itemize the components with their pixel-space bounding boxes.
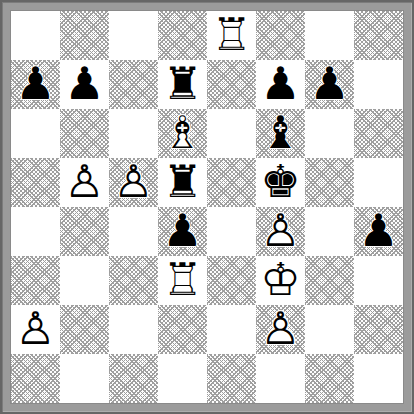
piece-black-rook[interactable]: ♜ [158,158,207,207]
square-g3[interactable] [305,256,354,305]
piece-outline: ♙ [256,305,305,354]
square-a6[interactable] [11,109,60,158]
square-h4[interactable]: ♟ [354,207,403,256]
piece-outline: ♙ [11,305,60,354]
square-h3[interactable] [354,256,403,305]
square-b5[interactable]: ♟♙ [60,158,109,207]
piece-glyph: ♟ [158,207,207,256]
piece-glyph: ♟ [305,60,354,109]
square-c5[interactable]: ♟♙ [109,158,158,207]
square-f6[interactable]: ♝ [256,109,305,158]
piece-black-bishop[interactable]: ♝ [256,109,305,158]
square-f3[interactable]: ♚♔ [256,256,305,305]
square-f5[interactable]: ♚ [256,158,305,207]
piece-glyph: ♚ [256,158,305,207]
square-b1[interactable] [60,354,109,403]
piece-glyph: ♟ [60,60,109,109]
piece-white-pawn[interactable]: ♟♙ [109,158,158,207]
piece-black-rook[interactable]: ♜ [158,60,207,109]
square-e2[interactable] [207,305,256,354]
square-e1[interactable] [207,354,256,403]
square-e3[interactable] [207,256,256,305]
square-a2[interactable]: ♟♙ [11,305,60,354]
square-c2[interactable] [109,305,158,354]
square-b8[interactable] [60,11,109,60]
square-a8[interactable] [11,11,60,60]
piece-black-pawn[interactable]: ♟ [256,60,305,109]
piece-outline: ♗ [158,109,207,158]
piece-white-rook[interactable]: ♜♖ [207,11,256,60]
piece-glyph: ♝ [256,109,305,158]
square-c7[interactable] [109,60,158,109]
piece-white-rook[interactable]: ♜♖ [158,256,207,305]
square-h2[interactable] [354,305,403,354]
square-b2[interactable] [60,305,109,354]
piece-black-pawn[interactable]: ♟ [60,60,109,109]
square-h6[interactable] [354,109,403,158]
square-d8[interactable] [158,11,207,60]
square-b3[interactable] [60,256,109,305]
square-f1[interactable] [256,354,305,403]
piece-white-pawn[interactable]: ♟♙ [256,207,305,256]
square-c6[interactable] [109,109,158,158]
piece-white-king[interactable]: ♚♔ [256,256,305,305]
square-d6[interactable]: ♝♗ [158,109,207,158]
piece-black-pawn[interactable]: ♟ [354,207,403,256]
square-g1[interactable] [305,354,354,403]
chess-board: ♜♖♟♟♜♟♟♝♗♝♟♙♟♙♜♚♟♟♙♟♜♖♚♔♟♙♟♙ [11,11,403,403]
square-c1[interactable] [109,354,158,403]
piece-glyph: ♟ [256,60,305,109]
square-e4[interactable] [207,207,256,256]
square-e5[interactable] [207,158,256,207]
piece-glyph: ♟ [11,60,60,109]
square-e6[interactable] [207,109,256,158]
square-g4[interactable] [305,207,354,256]
board-frame: ♜♖♟♟♜♟♟♝♗♝♟♙♟♙♜♚♟♟♙♟♜♖♚♔♟♙♟♙ [0,0,414,414]
square-f7[interactable]: ♟ [256,60,305,109]
square-e7[interactable] [207,60,256,109]
square-g5[interactable] [305,158,354,207]
square-h8[interactable] [354,11,403,60]
square-f4[interactable]: ♟♙ [256,207,305,256]
piece-outline: ♙ [256,207,305,256]
piece-black-pawn[interactable]: ♟ [11,60,60,109]
square-b4[interactable] [60,207,109,256]
piece-glyph: ♜ [158,60,207,109]
square-g8[interactable] [305,11,354,60]
square-d3[interactable]: ♜♖ [158,256,207,305]
square-d2[interactable] [158,305,207,354]
square-h7[interactable] [354,60,403,109]
square-d5[interactable]: ♜ [158,158,207,207]
piece-outline: ♙ [60,158,109,207]
square-a1[interactable] [11,354,60,403]
square-f2[interactable]: ♟♙ [256,305,305,354]
piece-outline: ♙ [109,158,158,207]
piece-white-pawn[interactable]: ♟♙ [60,158,109,207]
square-g6[interactable] [305,109,354,158]
square-a3[interactable] [11,256,60,305]
piece-white-pawn[interactable]: ♟♙ [11,305,60,354]
piece-black-king[interactable]: ♚ [256,158,305,207]
square-e8[interactable]: ♜♖ [207,11,256,60]
piece-outline: ♖ [158,256,207,305]
piece-black-pawn[interactable]: ♟ [305,60,354,109]
piece-glyph: ♟ [354,207,403,256]
square-c3[interactable] [109,256,158,305]
piece-white-bishop[interactable]: ♝♗ [158,109,207,158]
square-d7[interactable]: ♜ [158,60,207,109]
square-b7[interactable]: ♟ [60,60,109,109]
square-d4[interactable]: ♟ [158,207,207,256]
square-d1[interactable] [158,354,207,403]
square-h5[interactable] [354,158,403,207]
piece-black-pawn[interactable]: ♟ [158,207,207,256]
square-g2[interactable] [305,305,354,354]
square-a7[interactable]: ♟ [11,60,60,109]
square-h1[interactable] [354,354,403,403]
square-g7[interactable]: ♟ [305,60,354,109]
square-b6[interactable] [60,109,109,158]
square-a4[interactable] [11,207,60,256]
square-f8[interactable] [256,11,305,60]
piece-glyph: ♜ [158,158,207,207]
piece-outline: ♖ [207,11,256,60]
square-c8[interactable] [109,11,158,60]
square-a5[interactable] [11,158,60,207]
square-c4[interactable] [109,207,158,256]
piece-white-pawn[interactable]: ♟♙ [256,305,305,354]
piece-outline: ♔ [256,256,305,305]
